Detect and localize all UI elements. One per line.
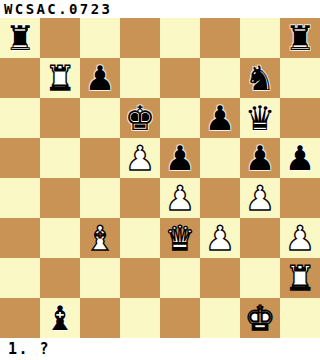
square-e2[interactable] (160, 258, 200, 298)
square-h5[interactable]: ♟ (280, 138, 320, 178)
square-c3[interactable]: ♝ (80, 218, 120, 258)
square-h4[interactable] (280, 178, 320, 218)
piece-black-pawn: ♟ (205, 98, 235, 138)
square-a7[interactable] (0, 58, 40, 98)
square-h7[interactable] (280, 58, 320, 98)
square-b6[interactable] (40, 98, 80, 138)
square-a6[interactable] (0, 98, 40, 138)
square-e8[interactable] (160, 18, 200, 58)
square-g8[interactable] (240, 18, 280, 58)
piece-black-rook: ♜ (285, 18, 315, 58)
piece-black-pawn: ♟ (245, 138, 275, 178)
square-g7[interactable]: ♞ (240, 58, 280, 98)
piece-black-king: ♚ (125, 98, 155, 138)
square-e6[interactable] (160, 98, 200, 138)
piece-white-rook: ♜ (45, 58, 75, 98)
square-d6[interactable]: ♚ (120, 98, 160, 138)
square-b8[interactable] (40, 18, 80, 58)
square-c6[interactable] (80, 98, 120, 138)
piece-white-pawn: ♟ (205, 218, 235, 258)
square-e3[interactable]: ♛ (160, 218, 200, 258)
square-c1[interactable] (80, 298, 120, 338)
title-bar: WCSAC.0723 (0, 0, 320, 18)
square-f4[interactable] (200, 178, 240, 218)
square-h8[interactable]: ♜ (280, 18, 320, 58)
square-f8[interactable] (200, 18, 240, 58)
square-d8[interactable] (120, 18, 160, 58)
square-g4[interactable]: ♟ (240, 178, 280, 218)
square-a3[interactable] (0, 218, 40, 258)
square-e4[interactable]: ♟ (160, 178, 200, 218)
square-e1[interactable] (160, 298, 200, 338)
square-f6[interactable]: ♟ (200, 98, 240, 138)
piece-white-bishop: ♝ (85, 218, 115, 258)
piece-black-queen: ♛ (245, 98, 275, 138)
square-d3[interactable] (120, 218, 160, 258)
square-e7[interactable] (160, 58, 200, 98)
piece-black-bishop: ♝ (45, 298, 75, 338)
square-f1[interactable] (200, 298, 240, 338)
square-c7[interactable]: ♟ (80, 58, 120, 98)
square-g3[interactable] (240, 218, 280, 258)
square-h2[interactable]: ♜ (280, 258, 320, 298)
square-d1[interactable] (120, 298, 160, 338)
square-c2[interactable] (80, 258, 120, 298)
square-a1[interactable] (0, 298, 40, 338)
piece-white-king: ♚ (245, 298, 275, 338)
piece-white-pawn: ♟ (285, 218, 315, 258)
square-d7[interactable] (120, 58, 160, 98)
square-d4[interactable] (120, 178, 160, 218)
piece-white-queen: ♛ (165, 218, 195, 258)
square-d5[interactable]: ♟ (120, 138, 160, 178)
square-a2[interactable] (0, 258, 40, 298)
square-f7[interactable] (200, 58, 240, 98)
square-b7[interactable]: ♜ (40, 58, 80, 98)
square-b2[interactable] (40, 258, 80, 298)
piece-black-rook: ♜ (5, 18, 35, 58)
piece-white-pawn: ♟ (165, 178, 195, 218)
square-a8[interactable]: ♜ (0, 18, 40, 58)
chess-board: ♜♜♜♟♞♚♟♛♟♟♟♟♟♟♝♛♟♟♜♝♚ (0, 18, 320, 338)
square-c5[interactable] (80, 138, 120, 178)
square-h6[interactable] (280, 98, 320, 138)
piece-black-knight: ♞ (245, 58, 275, 98)
square-f5[interactable] (200, 138, 240, 178)
move-bar: 1. ? (0, 338, 320, 360)
square-a5[interactable] (0, 138, 40, 178)
square-f3[interactable]: ♟ (200, 218, 240, 258)
square-c8[interactable] (80, 18, 120, 58)
square-b3[interactable] (40, 218, 80, 258)
square-b5[interactable] (40, 138, 80, 178)
square-h3[interactable]: ♟ (280, 218, 320, 258)
square-g6[interactable]: ♛ (240, 98, 280, 138)
square-a4[interactable] (0, 178, 40, 218)
square-g5[interactable]: ♟ (240, 138, 280, 178)
puzzle-title: WCSAC.0723 (4, 1, 112, 17)
square-h1[interactable] (280, 298, 320, 338)
piece-black-pawn: ♟ (165, 138, 195, 178)
square-b1[interactable]: ♝ (40, 298, 80, 338)
piece-white-pawn: ♟ (245, 178, 275, 218)
square-b4[interactable] (40, 178, 80, 218)
piece-white-rook: ♜ (285, 258, 315, 298)
piece-white-pawn: ♟ (125, 138, 155, 178)
piece-black-pawn: ♟ (85, 58, 115, 98)
square-c4[interactable] (80, 178, 120, 218)
square-e5[interactable]: ♟ (160, 138, 200, 178)
move-prompt: 1. ? (8, 340, 50, 358)
square-g1[interactable]: ♚ (240, 298, 280, 338)
piece-black-pawn: ♟ (285, 138, 315, 178)
square-f2[interactable] (200, 258, 240, 298)
square-g2[interactable] (240, 258, 280, 298)
square-d2[interactable] (120, 258, 160, 298)
